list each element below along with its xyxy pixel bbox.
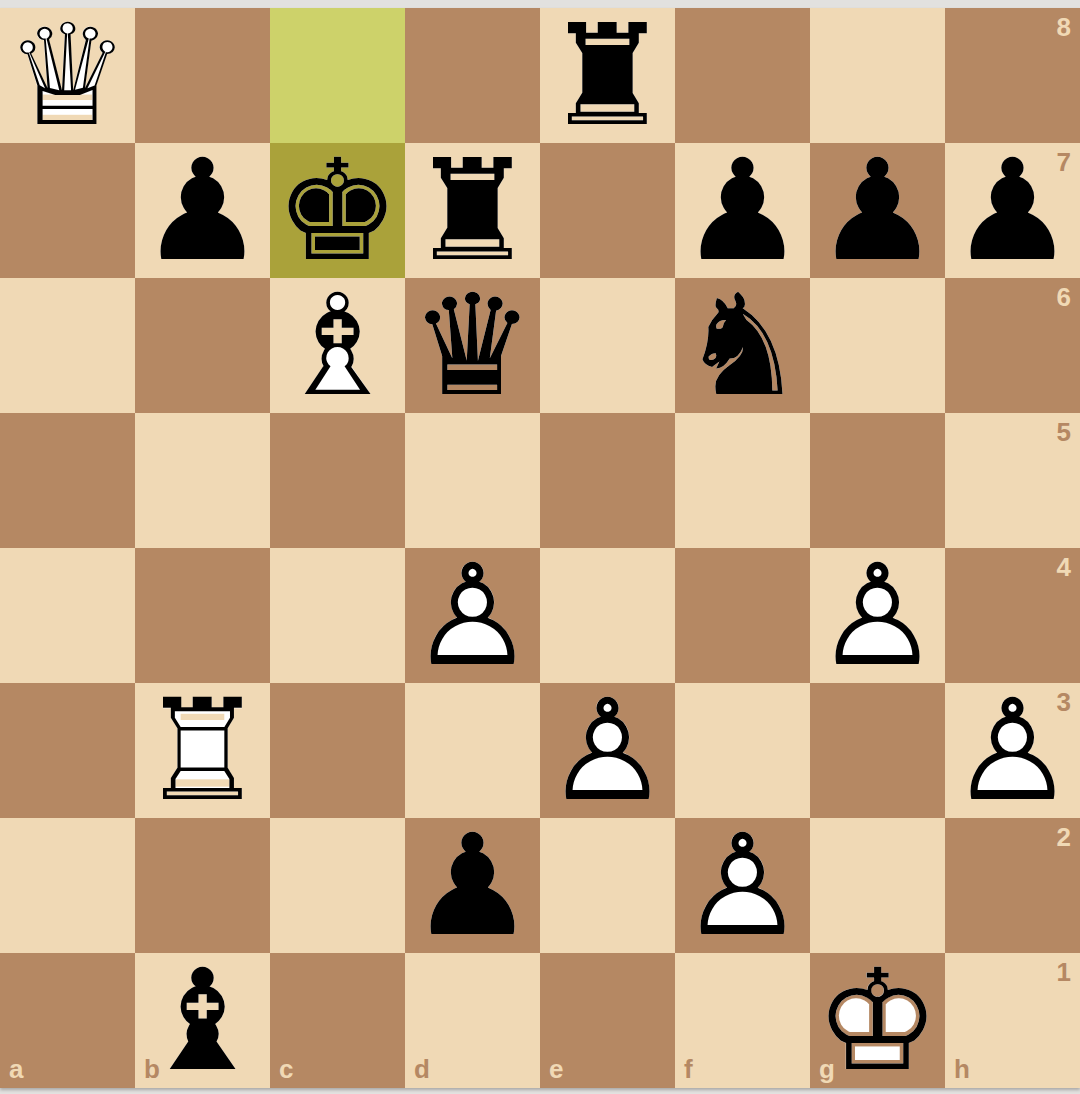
piece-white-pawn[interactable]: ♟♙ bbox=[675, 818, 810, 953]
square-h1[interactable]: 1h bbox=[945, 953, 1080, 1088]
piece-black-knight[interactable]: ♞♞ bbox=[675, 278, 810, 413]
square-h7[interactable]: 7♟♟ bbox=[945, 143, 1080, 278]
rook-icon: ♜ bbox=[540, 8, 675, 143]
rook-icon: ♜ bbox=[405, 143, 540, 278]
piece-white-pawn[interactable]: ♟♙ bbox=[945, 683, 1080, 818]
square-h6[interactable]: 6 bbox=[945, 278, 1080, 413]
rank-label-5: 5 bbox=[1057, 419, 1071, 445]
file-label-c: c bbox=[279, 1056, 293, 1082]
king-icon: ♔ bbox=[810, 953, 945, 1088]
square-c3[interactable] bbox=[270, 683, 405, 818]
piece-black-pawn[interactable]: ♟♟ bbox=[675, 143, 810, 278]
knight-icon: ♞ bbox=[675, 278, 810, 413]
square-b2[interactable] bbox=[135, 818, 270, 953]
square-f5[interactable] bbox=[675, 413, 810, 548]
piece-black-pawn[interactable]: ♟♟ bbox=[945, 143, 1080, 278]
pawn-icon: ♟ bbox=[405, 818, 540, 953]
square-c4[interactable] bbox=[270, 548, 405, 683]
square-f2[interactable]: ♟♙ bbox=[675, 818, 810, 953]
piece-black-queen[interactable]: ♛♛ bbox=[405, 278, 540, 413]
rank-label-4: 4 bbox=[1057, 554, 1071, 580]
square-h5[interactable]: 5 bbox=[945, 413, 1080, 548]
square-e6[interactable] bbox=[540, 278, 675, 413]
pawn-icon: ♟ bbox=[945, 683, 1080, 818]
square-d5[interactable] bbox=[405, 413, 540, 548]
bishop-icon: ♝ bbox=[270, 278, 405, 413]
square-g5[interactable] bbox=[810, 413, 945, 548]
piece-black-rook[interactable]: ♜♜ bbox=[405, 143, 540, 278]
square-a5[interactable] bbox=[0, 413, 135, 548]
square-a2[interactable] bbox=[0, 818, 135, 953]
square-f4[interactable] bbox=[675, 548, 810, 683]
square-c8[interactable] bbox=[270, 8, 405, 143]
square-d1[interactable]: d bbox=[405, 953, 540, 1088]
pawn-icon: ♙ bbox=[540, 683, 675, 818]
square-d2[interactable]: ♟♟ bbox=[405, 818, 540, 953]
rank-label-2: 2 bbox=[1057, 824, 1071, 850]
square-g8[interactable] bbox=[810, 8, 945, 143]
pawn-icon: ♟ bbox=[135, 143, 270, 278]
square-a3[interactable] bbox=[0, 683, 135, 818]
file-label-f: f bbox=[684, 1056, 693, 1082]
piece-black-king[interactable]: ♚♚ bbox=[270, 143, 405, 278]
square-d4[interactable]: ♟♙ bbox=[405, 548, 540, 683]
square-h2[interactable]: 2 bbox=[945, 818, 1080, 953]
square-h4[interactable]: 4 bbox=[945, 548, 1080, 683]
file-label-a: a bbox=[9, 1056, 23, 1082]
square-g7[interactable]: ♟♟ bbox=[810, 143, 945, 278]
square-d8[interactable] bbox=[405, 8, 540, 143]
window-top-bar bbox=[0, 0, 1080, 8]
piece-white-rook[interactable]: ♜♖ bbox=[135, 683, 270, 818]
pawn-icon: ♟ bbox=[945, 143, 1080, 278]
pawn-icon: ♟ bbox=[405, 548, 540, 683]
pawn-icon: ♟ bbox=[135, 143, 270, 278]
pawn-icon: ♟ bbox=[540, 683, 675, 818]
king-icon: ♚ bbox=[270, 143, 405, 278]
bishop-icon: ♝ bbox=[135, 953, 270, 1088]
square-e3[interactable]: ♟♙ bbox=[540, 683, 675, 818]
rook-icon: ♖ bbox=[135, 683, 270, 818]
square-f6[interactable]: ♞♞ bbox=[675, 278, 810, 413]
file-label-h: h bbox=[954, 1056, 970, 1082]
file-label-d: d bbox=[414, 1056, 430, 1082]
square-f3[interactable] bbox=[675, 683, 810, 818]
square-c7[interactable]: ♚♚ bbox=[270, 143, 405, 278]
piece-white-pawn[interactable]: ♟♙ bbox=[405, 548, 540, 683]
piece-black-pawn[interactable]: ♟♟ bbox=[405, 818, 540, 953]
piece-white-pawn[interactable]: ♟♙ bbox=[810, 548, 945, 683]
square-c2[interactable] bbox=[270, 818, 405, 953]
piece-white-queen[interactable]: ♛♕ bbox=[0, 8, 135, 143]
square-e2[interactable] bbox=[540, 818, 675, 953]
square-e4[interactable] bbox=[540, 548, 675, 683]
pawn-icon: ♟ bbox=[405, 818, 540, 953]
square-c6[interactable]: ♝♗ bbox=[270, 278, 405, 413]
square-e8[interactable]: ♜♜ bbox=[540, 8, 675, 143]
rank-label-1: 1 bbox=[1057, 959, 1071, 985]
square-b3[interactable]: ♜♖ bbox=[135, 683, 270, 818]
pawn-icon: ♟ bbox=[675, 143, 810, 278]
square-c1[interactable]: c bbox=[270, 953, 405, 1088]
pawn-icon: ♙ bbox=[675, 818, 810, 953]
square-h3[interactable]: 3♟♙ bbox=[945, 683, 1080, 818]
rook-icon: ♜ bbox=[405, 143, 540, 278]
square-b5[interactable] bbox=[135, 413, 270, 548]
piece-white-pawn[interactable]: ♟♙ bbox=[540, 683, 675, 818]
square-f1[interactable]: f bbox=[675, 953, 810, 1088]
pawn-icon: ♟ bbox=[810, 143, 945, 278]
rank-label-8: 8 bbox=[1057, 14, 1071, 40]
square-g4[interactable]: ♟♙ bbox=[810, 548, 945, 683]
square-c5[interactable] bbox=[270, 413, 405, 548]
piece-white-king[interactable]: ♚♔ bbox=[810, 953, 945, 1088]
king-icon: ♚ bbox=[270, 143, 405, 278]
bishop-icon: ♝ bbox=[135, 953, 270, 1088]
square-g3[interactable] bbox=[810, 683, 945, 818]
square-b6[interactable] bbox=[135, 278, 270, 413]
square-e5[interactable] bbox=[540, 413, 675, 548]
piece-white-bishop[interactable]: ♝♗ bbox=[270, 278, 405, 413]
square-d7[interactable]: ♜♜ bbox=[405, 143, 540, 278]
piece-black-bishop[interactable]: ♝♝ bbox=[135, 953, 270, 1088]
square-a8[interactable]: ♛♕ bbox=[0, 8, 135, 143]
file-label-e: e bbox=[549, 1056, 563, 1082]
square-g6[interactable] bbox=[810, 278, 945, 413]
pawn-icon: ♙ bbox=[810, 548, 945, 683]
pawn-icon: ♟ bbox=[810, 548, 945, 683]
square-b1[interactable]: b♝♝ bbox=[135, 953, 270, 1088]
pawn-icon: ♟ bbox=[810, 143, 945, 278]
pawn-icon: ♙ bbox=[405, 548, 540, 683]
square-e7[interactable] bbox=[540, 143, 675, 278]
queen-icon: ♛ bbox=[405, 278, 540, 413]
square-g2[interactable] bbox=[810, 818, 945, 953]
square-g1[interactable]: g♚♔ bbox=[810, 953, 945, 1088]
knight-icon: ♞ bbox=[675, 278, 810, 413]
pawn-icon: ♙ bbox=[945, 683, 1080, 818]
square-d3[interactable] bbox=[405, 683, 540, 818]
rank-label-6: 6 bbox=[1057, 284, 1071, 310]
piece-black-pawn[interactable]: ♟♟ bbox=[810, 143, 945, 278]
square-d6[interactable]: ♛♛ bbox=[405, 278, 540, 413]
queen-icon: ♛ bbox=[0, 8, 135, 143]
pawn-icon: ♟ bbox=[675, 818, 810, 953]
square-f8[interactable] bbox=[675, 8, 810, 143]
rook-icon: ♜ bbox=[540, 8, 675, 143]
queen-icon: ♛ bbox=[405, 278, 540, 413]
square-b4[interactable] bbox=[135, 548, 270, 683]
king-icon: ♚ bbox=[810, 953, 945, 1088]
square-a1[interactable]: a bbox=[0, 953, 135, 1088]
square-f7[interactable]: ♟♟ bbox=[675, 143, 810, 278]
rook-icon: ♜ bbox=[135, 683, 270, 818]
pawn-icon: ♟ bbox=[945, 143, 1080, 278]
piece-black-rook[interactable]: ♜♜ bbox=[540, 8, 675, 143]
queen-icon: ♕ bbox=[0, 8, 135, 143]
chess-board: ♛♕♜♜8♟♟♚♚♜♜♟♟♟♟7♟♟♝♗♛♛♞♞65♟♙♟♙4♜♖♟♙3♟♙♟♟… bbox=[0, 8, 1080, 1088]
square-a7[interactable] bbox=[0, 143, 135, 278]
square-h8[interactable]: 8 bbox=[945, 8, 1080, 143]
piece-black-pawn[interactable]: ♟♟ bbox=[135, 143, 270, 278]
bishop-icon: ♗ bbox=[270, 278, 405, 413]
square-a6[interactable] bbox=[0, 278, 135, 413]
square-b7[interactable]: ♟♟ bbox=[135, 143, 270, 278]
square-b8[interactable] bbox=[135, 8, 270, 143]
pawn-icon: ♟ bbox=[675, 143, 810, 278]
square-e1[interactable]: e bbox=[540, 953, 675, 1088]
square-a4[interactable] bbox=[0, 548, 135, 683]
